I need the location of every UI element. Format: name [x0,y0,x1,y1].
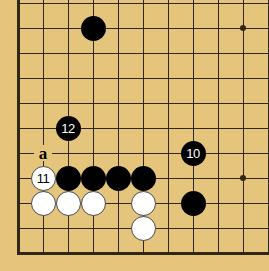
stone-white-f2[interactable] [131,216,156,241]
grid-line-vertical [268,0,269,254]
grid-line-horizontal [18,78,269,79]
stone-white-b4[interactable]: 11 [31,166,56,191]
stone-black-f4[interactable] [131,166,156,191]
stone-black-d4[interactable] [81,166,106,191]
stone-white-c3[interactable] [56,191,81,216]
stone-black-e4[interactable] [106,166,131,191]
grid-line-horizontal [18,28,269,29]
go-diagram: 121011a [0,0,269,271]
grid-line-vertical [168,0,169,254]
move-number: 11 [37,172,50,185]
move-number: 10 [186,147,199,160]
point-label-a[interactable]: a [34,145,52,161]
go-board[interactable]: 121011a [0,0,269,271]
move-number: 12 [61,122,74,135]
grid-line-horizontal [18,153,269,154]
grid-line-vertical [118,0,119,254]
stone-white-d3[interactable] [81,191,106,216]
grid-line-vertical [193,0,194,254]
star-point-k4 [240,175,246,181]
stone-white-b3[interactable] [31,191,56,216]
stone-black-c4[interactable] [56,166,81,191]
grid-line-vertical [218,0,219,254]
stone-black-d10[interactable] [81,16,106,41]
stone-black-c6[interactable]: 12 [56,116,81,141]
board-edge-left [17,0,20,255]
grid-line-vertical [43,0,44,254]
stone-black-h5[interactable]: 10 [181,141,206,166]
stone-white-f3[interactable] [131,191,156,216]
star-point-k10 [240,25,246,31]
grid-line-horizontal [18,3,269,4]
grid-line-horizontal [18,103,269,104]
grid-line-vertical [243,0,244,254]
grid-line-horizontal [18,53,269,54]
stone-black-h3[interactable] [181,191,206,216]
